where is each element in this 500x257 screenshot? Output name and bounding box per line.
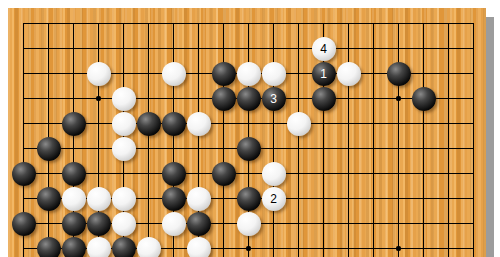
- grid-line-horizontal: [23, 23, 474, 24]
- move-1-stone-black-N17[interactable]: 1: [312, 62, 336, 86]
- stone-white-D17[interactable]: [87, 62, 111, 86]
- move-number-label: 1: [320, 68, 327, 80]
- stone-black-B10[interactable]: [37, 237, 61, 257]
- stone-black-K12[interactable]: [237, 187, 261, 211]
- stone-white-D10[interactable]: [87, 237, 111, 257]
- stone-white-E14[interactable]: [112, 137, 136, 161]
- stone-black-J17[interactable]: [212, 62, 236, 86]
- move-number-label: 4: [320, 43, 327, 55]
- move-2-stone-white-L12[interactable]: 2: [262, 187, 286, 211]
- stone-black-D11[interactable]: [87, 212, 111, 236]
- stone-black-C11[interactable]: [62, 212, 86, 236]
- stone-white-H12[interactable]: [187, 187, 211, 211]
- stone-white-E16[interactable]: [112, 87, 136, 111]
- move-number-label: 3: [270, 93, 277, 105]
- go-diagram-page: 4132: [0, 0, 500, 257]
- move-4-stone-white-N18[interactable]: 4: [312, 37, 336, 61]
- star-point: [246, 246, 251, 251]
- move-number-label: 2: [270, 193, 277, 205]
- stone-black-K16[interactable]: [237, 87, 261, 111]
- grid-line-vertical: [398, 23, 399, 257]
- grid-line-horizontal: [23, 48, 474, 49]
- stone-black-G12[interactable]: [162, 187, 186, 211]
- move-3-stone-black-L16[interactable]: 3: [262, 87, 286, 111]
- stone-white-K11[interactable]: [237, 212, 261, 236]
- stone-white-L13[interactable]: [262, 162, 286, 186]
- grid-line-vertical: [423, 23, 424, 257]
- star-point: [396, 246, 401, 251]
- stone-white-L17[interactable]: [262, 62, 286, 86]
- grid-line-vertical: [373, 23, 374, 257]
- stone-black-B14[interactable]: [37, 137, 61, 161]
- grid-line-vertical: [448, 23, 449, 257]
- stone-black-A13[interactable]: [12, 162, 36, 186]
- grid-line-horizontal: [23, 123, 474, 124]
- stone-black-H11[interactable]: [187, 212, 211, 236]
- stone-black-C13[interactable]: [62, 162, 86, 186]
- stone-white-H10[interactable]: [187, 237, 211, 257]
- stone-white-G11[interactable]: [162, 212, 186, 236]
- stone-white-E15[interactable]: [112, 112, 136, 136]
- stone-white-F10[interactable]: [137, 237, 161, 257]
- stone-black-E10[interactable]: [112, 237, 136, 257]
- stone-white-M15[interactable]: [287, 112, 311, 136]
- go-board[interactable]: 4132: [8, 8, 486, 257]
- stone-white-G17[interactable]: [162, 62, 186, 86]
- grid-line-vertical: [148, 23, 149, 257]
- grid-line-vertical: [348, 23, 349, 257]
- star-point: [396, 96, 401, 101]
- stone-black-C10[interactable]: [62, 237, 86, 257]
- stone-black-Q17[interactable]: [387, 62, 411, 86]
- stone-white-D12[interactable]: [87, 187, 111, 211]
- stone-black-J16[interactable]: [212, 87, 236, 111]
- stone-white-C12[interactable]: [62, 187, 86, 211]
- grid-line-vertical: [298, 23, 299, 257]
- grid-line-vertical: [273, 23, 274, 257]
- stone-black-K14[interactable]: [237, 137, 261, 161]
- stone-black-N16[interactable]: [312, 87, 336, 111]
- star-point: [96, 96, 101, 101]
- stone-black-F15[interactable]: [137, 112, 161, 136]
- stone-black-A11[interactable]: [12, 212, 36, 236]
- grid-line-vertical: [223, 23, 224, 257]
- grid-line-vertical: [473, 23, 474, 257]
- stone-black-R16[interactable]: [412, 87, 436, 111]
- grid-line-horizontal: [23, 173, 474, 174]
- stone-black-G13[interactable]: [162, 162, 186, 186]
- stone-black-B12[interactable]: [37, 187, 61, 211]
- stone-black-J13[interactable]: [212, 162, 236, 186]
- stone-black-C15[interactable]: [62, 112, 86, 136]
- stone-white-K17[interactable]: [237, 62, 261, 86]
- stone-black-G15[interactable]: [162, 112, 186, 136]
- stone-white-O17[interactable]: [337, 62, 361, 86]
- stone-white-H15[interactable]: [187, 112, 211, 136]
- stone-white-E12[interactable]: [112, 187, 136, 211]
- stone-white-E11[interactable]: [112, 212, 136, 236]
